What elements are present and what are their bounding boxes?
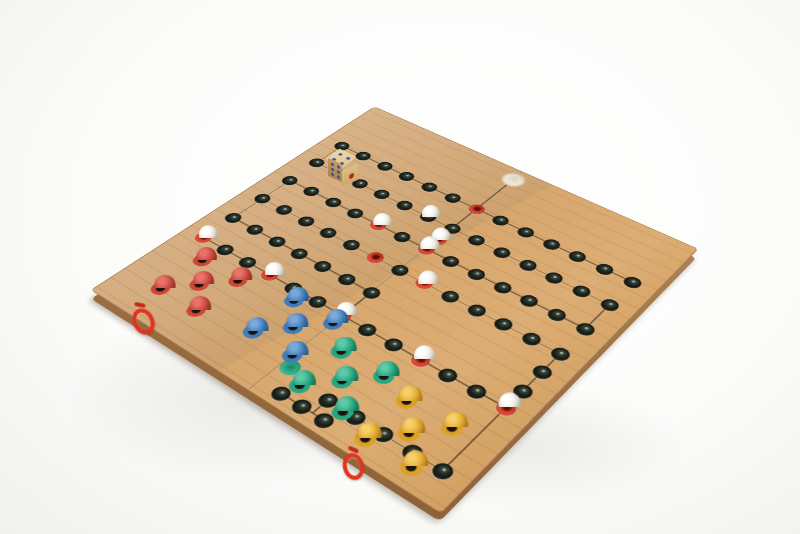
path-hole[interactable] bbox=[311, 259, 335, 274]
die-pip bbox=[345, 157, 351, 161]
path-hole[interactable] bbox=[593, 262, 617, 277]
path-hole[interactable] bbox=[491, 316, 516, 333]
barricade-board bbox=[91, 107, 699, 514]
path-hole[interactable] bbox=[310, 410, 338, 431]
path-hole[interactable] bbox=[222, 211, 245, 225]
wooden-die[interactable] bbox=[327, 148, 371, 198]
die-pip bbox=[349, 172, 354, 179]
path-hole[interactable] bbox=[419, 181, 441, 194]
path-hole[interactable] bbox=[265, 234, 288, 249]
path-hole[interactable] bbox=[380, 336, 406, 354]
die-pip bbox=[331, 172, 334, 176]
die-pip bbox=[337, 165, 340, 169]
photo-backdrop: { "game": "Barricade (Malefiz) — wooden … bbox=[0, 0, 800, 534]
die-pip bbox=[338, 153, 344, 157]
die-pip bbox=[331, 167, 334, 171]
die-pip bbox=[337, 170, 340, 174]
die-pip bbox=[331, 162, 334, 166]
die-face-one bbox=[342, 164, 358, 186]
die-pip bbox=[337, 175, 340, 179]
